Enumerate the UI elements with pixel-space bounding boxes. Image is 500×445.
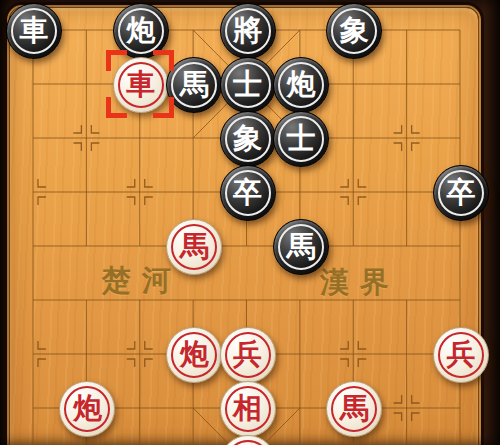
piece-character: 馬	[180, 232, 209, 261]
piece-red-cannon[interactable]: 炮	[166, 327, 222, 383]
piece-character: 象	[233, 124, 262, 153]
piece-character: 兵	[447, 340, 476, 369]
piece-black-chariot[interactable]: 車	[6, 3, 62, 59]
piece-black-general[interactable]: 將	[220, 3, 276, 59]
piece-character: 馬	[286, 232, 315, 261]
piece-red-horse[interactable]: 馬	[326, 381, 382, 437]
piece-character: 車	[126, 70, 155, 99]
piece-black-advisor[interactable]: 士	[220, 57, 276, 113]
piece-red-elephant[interactable]: 相	[220, 381, 276, 437]
piece-character: 象	[340, 16, 369, 45]
piece-character: 卒	[447, 178, 476, 207]
piece-character: 卒	[233, 178, 262, 207]
piece-red-chariot[interactable]: 車	[113, 57, 169, 113]
piece-black-horse[interactable]: 馬	[273, 219, 329, 275]
piece-character: 炮	[286, 70, 315, 99]
piece-black-cannon[interactable]: 炮	[113, 3, 169, 59]
piece-character: 相	[233, 394, 262, 423]
piece-character: 馬	[180, 70, 209, 99]
piece-character: 炮	[126, 16, 155, 45]
piece-red-soldier[interactable]: 兵	[220, 327, 276, 383]
xiangqi-app: 楚河 漢界 車炮將象車馬士炮象士卒卒馬馬炮兵兵炮相馬	[0, 0, 500, 445]
piece-character: 炮	[73, 394, 102, 423]
piece-black-elephant[interactable]: 象	[220, 111, 276, 167]
piece-character: 士	[233, 70, 262, 99]
piece-red-soldier[interactable]: 兵	[433, 327, 489, 383]
piece-black-soldier[interactable]: 卒	[220, 165, 276, 221]
piece-black-horse[interactable]: 馬	[166, 57, 222, 113]
piece-black-cannon[interactable]: 炮	[273, 57, 329, 113]
piece-black-elephant[interactable]: 象	[326, 3, 382, 59]
pieces-layer: 車炮將象車馬士炮象士卒卒馬馬炮兵兵炮相馬	[0, 0, 500, 445]
piece-black-advisor[interactable]: 士	[273, 111, 329, 167]
piece-red-horse[interactable]: 馬	[166, 219, 222, 275]
piece-red-cannon[interactable]: 炮	[59, 381, 115, 437]
piece-character: 兵	[233, 340, 262, 369]
piece-red-unknown-partial[interactable]	[220, 435, 276, 445]
piece-character: 炮	[180, 340, 209, 369]
piece-black-soldier[interactable]: 卒	[433, 165, 489, 221]
piece-character: 馬	[340, 394, 369, 423]
piece-character: 車	[20, 16, 49, 45]
piece-character: 將	[233, 16, 262, 45]
piece-character: 士	[286, 124, 315, 153]
